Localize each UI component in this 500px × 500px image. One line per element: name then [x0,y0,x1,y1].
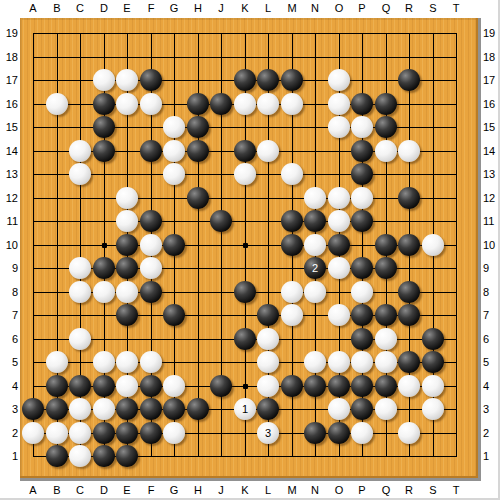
row-label-left-4: 4 [1,380,18,392]
row-label-left-16: 16 [1,98,18,110]
col-label-top-F: F [143,2,159,14]
stone-G15 [163,116,185,138]
stone-R10 [398,234,420,256]
stone-C4 [69,375,91,397]
stone-E4 [116,375,138,397]
col-label-top-S: S [425,2,441,14]
col-label-bottom-A: A [25,484,41,496]
stone-O3 [328,398,350,420]
col-label-bottom-F: F [143,484,159,496]
stone-D5 [93,351,115,373]
stone-L7 [257,304,279,326]
stone-H12 [187,187,209,209]
stone-O10 [328,234,350,256]
stone-O2 [328,422,350,444]
stone-C8 [69,281,91,303]
col-label-top-K: K [237,2,253,14]
row-label-left-5: 5 [1,356,18,368]
col-label-top-T: T [448,2,464,14]
stone-Q15 [375,116,397,138]
stone-E7 [116,304,138,326]
stone-K14 [234,140,256,162]
col-label-top-L: L [260,2,276,14]
stone-B3 [46,398,68,420]
stone-M13 [281,163,303,185]
stone-P7 [351,304,373,326]
stone-P9 [351,257,373,279]
stone-O15 [328,116,350,138]
row-label-right-10: 10 [483,239,499,251]
stone-S10 [422,234,444,256]
row-label-right-4: 4 [483,380,499,392]
stone-N10 [304,234,326,256]
stone-Q14 [375,140,397,162]
stone-D8 [93,281,115,303]
col-label-bottom-Q: Q [378,484,394,496]
col-label-bottom-R: R [401,484,417,496]
stone-C3 [69,398,91,420]
col-label-top-J: J [213,2,229,14]
grid-vline [456,33,457,457]
stone-P3 [351,398,373,420]
col-label-bottom-T: T [448,484,464,496]
col-label-top-Q: Q [378,2,394,14]
row-label-right-8: 8 [483,286,499,298]
stone-E16 [116,93,138,115]
stone-C14 [69,140,91,162]
row-label-left-7: 7 [1,309,18,321]
col-label-top-B: B [49,2,65,14]
stone-S5 [422,351,444,373]
col-label-bottom-J: J [213,484,229,496]
stone-F2 [140,422,162,444]
row-label-left-10: 10 [1,239,18,251]
stone-P2 [351,422,373,444]
stone-N12 [304,187,326,209]
stone-E8 [116,281,138,303]
stone-G3 [163,398,185,420]
stone-F14 [140,140,162,162]
stone-R14 [398,140,420,162]
col-label-top-E: E [119,2,135,14]
stone-L6 [257,328,279,350]
col-label-top-M: M [284,2,300,14]
stone-F3 [140,398,162,420]
stone-H14 [187,140,209,162]
col-label-top-O: O [331,2,347,14]
stone-K17 [234,69,256,91]
stone-R7 [398,304,420,326]
stone-P15 [351,116,373,138]
stone-F9 [140,257,162,279]
col-label-bottom-N: N [307,484,323,496]
stone-F17 [140,69,162,91]
row-label-right-1: 1 [483,450,499,462]
stone-D3 [93,398,115,420]
row-label-right-19: 19 [483,27,499,39]
stone-O11 [328,210,350,232]
row-label-right-13: 13 [483,168,499,180]
stone-G4 [163,375,185,397]
col-label-bottom-C: C [72,484,88,496]
stone-O16 [328,93,350,115]
stone-L5 [257,351,279,373]
stone-O4 [328,375,350,397]
stone-E5 [116,351,138,373]
stone-J11 [210,210,232,232]
stone-D1 [93,445,115,467]
stone-F4 [140,375,162,397]
stone-R5 [398,351,420,373]
row-label-left-17: 17 [1,74,18,86]
stone-M8 [281,281,303,303]
stone-K16 [234,93,256,115]
stone-P6 [351,328,373,350]
stone-L14 [257,140,279,162]
stone-F10 [140,234,162,256]
row-label-left-6: 6 [1,333,18,345]
stone-P8 [351,281,373,303]
col-label-bottom-D: D [96,484,112,496]
stone-C9 [69,257,91,279]
row-label-right-11: 11 [483,215,499,227]
stone-D16 [93,93,115,115]
col-label-top-N: N [307,2,323,14]
stone-E9 [116,257,138,279]
stone-F16 [140,93,162,115]
col-label-bottom-E: E [119,484,135,496]
col-label-bottom-G: G [166,484,182,496]
col-label-top-D: D [96,2,112,14]
stone-H16 [187,93,209,115]
stone-G13 [163,163,185,185]
stone-B5 [46,351,68,373]
stone-M16 [281,93,303,115]
stone-L17 [257,69,279,91]
stone-Q5 [375,351,397,373]
row-label-right-17: 17 [483,74,499,86]
stone-L4 [257,375,279,397]
stone-Q4 [375,375,397,397]
stone-P4 [351,375,373,397]
row-label-left-1: 1 [1,450,18,462]
stone-R12 [398,187,420,209]
stone-F5 [140,351,162,373]
stone-N5 [304,351,326,373]
stone-G2 [163,422,185,444]
stone-E10 [116,234,138,256]
stone-P14 [351,140,373,162]
stone-B16 [46,93,68,115]
stone-L3 [257,398,279,420]
stone-H3 [187,398,209,420]
row-label-right-14: 14 [483,145,499,157]
stone-O17 [328,69,350,91]
stone-D14 [93,140,115,162]
stone-R8 [398,281,420,303]
stone-G10 [163,234,185,256]
stone-B4 [46,375,68,397]
stone-M11 [281,210,303,232]
stone-L16 [257,93,279,115]
stone-M4 [281,375,303,397]
stone-O7 [328,304,350,326]
stone-P5 [351,351,373,373]
row-label-right-3: 3 [483,403,499,415]
stone-P12 [351,187,373,209]
stone-E12 [116,187,138,209]
col-label-top-R: R [401,2,417,14]
stone-Q3 [375,398,397,420]
star-point-D10 [102,243,107,248]
col-label-bottom-S: S [425,484,441,496]
stone-D9 [93,257,115,279]
col-label-bottom-M: M [284,484,300,496]
stone-Q16 [375,93,397,115]
stone-M10 [281,234,303,256]
stone-P11 [351,210,373,232]
col-label-bottom-L: L [260,484,276,496]
col-label-top-A: A [25,2,41,14]
col-label-bottom-K: K [237,484,253,496]
stone-C1 [69,445,91,467]
stone-M7 [281,304,303,326]
col-label-bottom-P: P [354,484,370,496]
row-label-left-19: 19 [1,27,18,39]
stone-E3 [116,398,138,420]
stone-O12 [328,187,350,209]
stone-H15 [187,116,209,138]
stone-D15 [93,116,115,138]
stone-S6 [422,328,444,350]
stone-F8 [140,281,162,303]
row-label-left-2: 2 [1,427,18,439]
col-label-top-C: C [72,2,88,14]
stone-R17 [398,69,420,91]
row-label-left-15: 15 [1,121,18,133]
col-label-top-P: P [354,2,370,14]
stone-Q9 [375,257,397,279]
stone-R2 [398,422,420,444]
stone-Q10 [375,234,397,256]
stone-J4 [210,375,232,397]
stone-P16 [351,93,373,115]
stone-S3 [422,398,444,420]
row-label-right-16: 16 [483,98,499,110]
row-label-left-9: 9 [1,262,18,274]
stone-S4 [422,375,444,397]
row-label-right-15: 15 [483,121,499,133]
stone-E1 [116,445,138,467]
star-point-K4 [243,384,248,389]
stone-Q7 [375,304,397,326]
col-label-bottom-B: B [49,484,65,496]
star-point-K10 [243,243,248,248]
stone-L2-move-3: 3 [257,422,279,444]
stone-K6 [234,328,256,350]
stone-R4 [398,375,420,397]
stone-K8 [234,281,256,303]
col-label-top-G: G [166,2,182,14]
stone-N9-move-2: 2 [304,257,326,279]
stone-D17 [93,69,115,91]
stone-K3-move-1: 1 [234,398,256,420]
stone-A3 [22,398,44,420]
col-label-bottom-O: O [331,484,347,496]
row-label-left-14: 14 [1,145,18,157]
col-label-bottom-H: H [190,484,206,496]
row-label-left-11: 11 [1,215,18,227]
stone-G7 [163,304,185,326]
stone-E2 [116,422,138,444]
row-label-right-7: 7 [483,309,499,321]
stone-M17 [281,69,303,91]
row-label-right-18: 18 [483,51,499,63]
row-label-right-2: 2 [483,427,499,439]
row-label-right-12: 12 [483,192,499,204]
go-board-page: 213AABBCCDDEEFFGGHHJJKKLLMMNNOOPPQQRRSST… [0,0,500,500]
row-label-left-12: 12 [1,192,18,204]
stone-B1 [46,445,68,467]
col-label-top-H: H [190,2,206,14]
stone-K13 [234,163,256,185]
stone-P13 [351,163,373,185]
row-label-right-5: 5 [483,356,499,368]
board-layers: 213AABBCCDDEEFFGGHHJJKKLLMMNNOOPPQQRRSST… [0,0,500,500]
stone-D4 [93,375,115,397]
stone-G14 [163,140,185,162]
row-label-right-6: 6 [483,333,499,345]
stone-E17 [116,69,138,91]
row-label-left-13: 13 [1,168,18,180]
row-label-left-18: 18 [1,51,18,63]
stone-E11 [116,210,138,232]
stone-O5 [328,351,350,373]
stone-C13 [69,163,91,185]
stone-C6 [69,328,91,350]
row-label-right-9: 9 [483,262,499,274]
stone-N4 [304,375,326,397]
stone-N11 [304,210,326,232]
stone-N8 [304,281,326,303]
stone-F11 [140,210,162,232]
stone-N2 [304,422,326,444]
stone-Q6 [375,328,397,350]
row-label-left-3: 3 [1,403,18,415]
row-label-left-8: 8 [1,286,18,298]
stone-O9 [328,257,350,279]
stone-C2 [69,422,91,444]
stone-D2 [93,422,115,444]
stone-B2 [46,422,68,444]
stone-J16 [210,93,232,115]
stone-A2 [22,422,44,444]
